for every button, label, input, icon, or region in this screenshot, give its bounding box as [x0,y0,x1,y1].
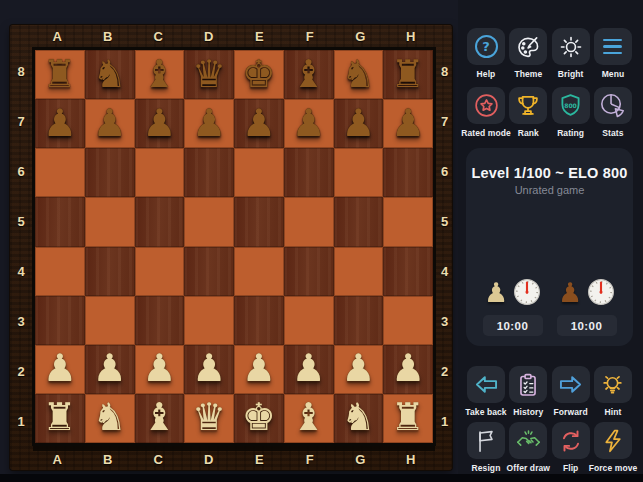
coordinate-label: 7 [10,97,32,147]
rating-label: Rating [557,128,584,138]
lightning-icon [600,428,626,454]
clocks-row: ♟ 10:00 ♟ [483,278,617,336]
square-e5[interactable] [234,197,284,246]
menu-button[interactable] [594,28,632,65]
file-labels-bottom: ABCDEFGH [32,448,436,470]
coordinate-label: H [386,25,437,47]
rating-button[interactable]: 800 [552,87,590,124]
square-f8[interactable]: ♝ [284,50,334,99]
square-g7[interactable]: ♟ [334,99,384,148]
square-a7[interactable]: ♟ [35,99,85,148]
coordinate-label: C [133,448,184,470]
history-label: History [513,407,543,417]
rating-badge: 800 [564,102,577,109]
black-knight: ♞ [341,55,375,93]
coordinate-label: B [83,25,134,47]
square-e3[interactable] [234,296,284,345]
game-info-card: Level 1/100 ~ ELO 800 Unrated game ♟ 10:… [466,148,633,346]
black-timer: 10:00 [557,315,617,336]
hint-label: Hint [605,407,622,417]
coordinate-label: F [285,448,336,470]
square-a2[interactable]: ♟ [35,345,85,394]
square-c7[interactable]: ♟ [135,99,185,148]
square-d6[interactable] [184,148,234,197]
file-labels-top: ABCDEFGH [32,25,436,47]
square-c6[interactable] [135,148,185,197]
sun-icon [558,34,584,60]
rank-labels-left: 87654321 [10,47,32,446]
square-a3[interactable] [35,296,85,345]
square-h6[interactable] [383,148,433,197]
square-a6[interactable] [35,148,85,197]
offer-draw-label: Offer draw [507,463,551,473]
forward-button[interactable] [552,366,590,403]
top-toolbar: ? Help Theme B [466,28,633,79]
side-panel: ? Help Theme B [458,0,643,482]
coordinate-label: 6 [437,147,452,197]
force-move-label: Force move [589,463,638,473]
white-pawn: ♟ [93,349,127,387]
square-f2[interactable]: ♟ [284,345,334,394]
square-a5[interactable] [35,197,85,246]
black-pawn: ♟ [292,104,326,142]
flip-button[interactable] [552,422,590,459]
white-king: ♚ [242,398,276,436]
square-b4[interactable] [85,247,135,296]
game-type-subtitle: Unrated game [515,184,585,196]
palette-icon [515,34,541,60]
rated-mode-label: Rated mode [461,128,511,138]
black-queen: ♛ [192,55,226,93]
white-bishop: ♝ [142,398,176,436]
coordinate-label: E [234,448,285,470]
white-analog-clock-icon [513,278,541,306]
coordinate-label: 5 [10,197,32,247]
chess-board: ABCDEFGH ABCDEFGH 87654321 87654321 ♜♞♝♛… [10,25,452,470]
white-bishop: ♝ [292,398,326,436]
white-pawn: ♟ [292,349,326,387]
square-f1[interactable]: ♝ [284,394,334,443]
square-c4[interactable] [135,247,185,296]
coordinate-label: D [184,25,235,47]
square-c5[interactable] [135,197,185,246]
resign-label: Resign [472,463,501,473]
white-pawn: ♟ [192,349,226,387]
square-b2[interactable]: ♟ [85,345,135,394]
black-clock-group: ♟ 10:00 [557,278,617,336]
hint-button[interactable] [594,366,632,403]
square-a8[interactable]: ♜ [35,50,85,99]
square-c2[interactable]: ♟ [135,345,185,394]
white-pawn: ♟ [391,349,425,387]
coordinate-label: 4 [10,247,32,297]
theme-button[interactable] [509,28,547,65]
white-pawn: ♟ [142,349,176,387]
flip-arrows-icon [558,428,584,454]
square-g4[interactable] [334,247,384,296]
history-button[interactable] [509,366,547,403]
bright-label: Bright [558,69,584,79]
white-timer: 10:00 [483,315,543,336]
square-e4[interactable] [234,247,284,296]
white-pawn: ♟ [242,349,276,387]
secondary-toolbar: Rated mode Rank 800 Rating [466,87,633,138]
pie-chart-icon [599,92,626,119]
coordinate-label: F [285,25,336,47]
coordinate-label: A [32,448,83,470]
square-h3[interactable] [383,296,433,345]
black-pawn: ♟ [142,104,176,142]
black-bishop: ♝ [142,55,176,93]
square-e7[interactable]: ♟ [234,99,284,148]
theme-label: Theme [514,69,542,79]
shield-icon: 800 [557,92,584,119]
square-g1[interactable]: ♞ [334,394,384,443]
square-b5[interactable] [85,197,135,246]
black-pawn-icon: ♟ [558,279,582,306]
coordinate-label: G [335,448,386,470]
stats-label: Stats [602,128,623,138]
black-pawn: ♟ [43,104,77,142]
square-b8[interactable]: ♞ [85,50,135,99]
square-f3[interactable] [284,296,334,345]
help-icon: ? [475,35,498,58]
square-c1[interactable]: ♝ [135,394,185,443]
level-title: Level 1/100 ~ ELO 800 [471,165,627,181]
menu-icon [603,39,622,55]
white-pawn: ♟ [43,349,77,387]
help-label: Help [477,69,496,79]
white-knight: ♞ [341,398,375,436]
coordinate-label: 2 [10,346,32,396]
black-knight: ♞ [93,55,127,93]
coordinate-label: 1 [437,396,452,446]
square-h4[interactable] [383,247,433,296]
black-pawn: ♟ [341,104,375,142]
rank-button[interactable] [509,87,547,124]
black-bishop: ♝ [292,55,326,93]
square-c3[interactable] [135,296,185,345]
black-pawn: ♟ [242,104,276,142]
arrow-right-icon [557,371,584,398]
square-f6[interactable] [284,148,334,197]
square-a4[interactable] [35,247,85,296]
rank-label: Rank [518,128,539,138]
lightbulb-icon [599,371,626,398]
coordinate-label: B [83,448,134,470]
square-g5[interactable] [334,197,384,246]
square-h7[interactable]: ♟ [383,99,433,148]
white-pawn-icon: ♟ [484,279,508,306]
coordinate-label: 8 [437,47,452,97]
black-pawn: ♟ [391,104,425,142]
help-button[interactable]: ? [467,28,505,65]
playback-toolbar: Take back History Forward [466,366,633,417]
board-squares: ♜♞♝♛♚♝♞♜♟♟♟♟♟♟♟♟♟♟♟♟♟♟♟♟♜♞♝♛♚♝♞♜ [32,47,436,446]
arrow-left-icon [473,371,500,398]
coordinate-label: H [386,448,437,470]
coordinate-label: C [133,25,184,47]
white-rook: ♜ [391,398,425,436]
square-b1[interactable]: ♞ [85,394,135,443]
square-b3[interactable] [85,296,135,345]
stats-button[interactable] [594,87,632,124]
black-rook: ♜ [43,55,77,93]
black-analog-clock-icon [587,278,615,306]
force-move-button[interactable] [594,422,632,459]
square-g3[interactable] [334,296,384,345]
resign-button[interactable] [467,422,505,459]
flip-label: Flip [563,463,579,473]
square-h5[interactable] [383,197,433,246]
square-g8[interactable]: ♞ [334,50,384,99]
square-f5[interactable] [284,197,334,246]
square-d2[interactable]: ♟ [184,345,234,394]
square-h2[interactable]: ♟ [383,345,433,394]
square-d5[interactable] [184,197,234,246]
square-a1[interactable]: ♜ [35,394,85,443]
square-d4[interactable] [184,247,234,296]
rated-mode-button[interactable] [467,87,505,124]
square-b6[interactable] [85,148,135,197]
coordinate-label: 7 [437,97,452,147]
square-c8[interactable]: ♝ [135,50,185,99]
take-back-button[interactable] [467,366,505,403]
coordinate-label: 5 [437,197,452,247]
actions-toolbar: Resign Offer draw [466,422,633,473]
take-back-label: Take back [465,407,506,417]
square-d3[interactable] [184,296,234,345]
white-queen: ♛ [192,398,226,436]
square-e1[interactable]: ♚ [234,394,284,443]
menu-label: Menu [602,69,625,79]
handshake-icon [515,427,542,454]
coordinate-label: 3 [10,296,32,346]
black-pawn: ♟ [93,104,127,142]
square-e6[interactable] [234,148,284,197]
square-d1[interactable]: ♛ [184,394,234,443]
square-e8[interactable]: ♚ [234,50,284,99]
white-rook: ♜ [43,398,77,436]
offer-draw-button[interactable] [509,422,547,459]
coordinate-label: 4 [437,247,452,297]
square-g6[interactable] [334,148,384,197]
coordinate-label: A [32,25,83,47]
coordinate-label: D [184,448,235,470]
black-rook: ♜ [391,55,425,93]
square-e2[interactable]: ♟ [234,345,284,394]
square-g2[interactable]: ♟ [334,345,384,394]
home-indicator-bar [0,474,643,482]
square-d7[interactable]: ♟ [184,99,234,148]
square-h1[interactable]: ♜ [383,394,433,443]
white-pawn: ♟ [341,349,375,387]
square-f7[interactable]: ♟ [284,99,334,148]
white-knight: ♞ [93,398,127,436]
black-pawn: ♟ [192,104,226,142]
clipboard-icon [515,372,541,398]
coordinate-label: 3 [437,296,452,346]
forward-label: Forward [554,407,588,417]
coordinate-label: E [234,25,285,47]
square-f4[interactable] [284,247,334,296]
square-b7[interactable]: ♟ [85,99,135,148]
bright-button[interactable] [552,28,590,65]
coordinate-label: 1 [10,396,32,446]
square-d8[interactable]: ♛ [184,50,234,99]
black-king: ♚ [242,55,276,93]
coordinate-label: G [335,25,386,47]
flag-icon [473,428,499,454]
coordinate-label: 8 [10,47,32,97]
white-clock-group: ♟ 10:00 [483,278,543,336]
star-circle-icon [473,92,500,119]
square-h8[interactable]: ♜ [383,50,433,99]
coordinate-label: 2 [437,346,452,396]
trophy-icon [515,93,541,119]
coordinate-label: 6 [10,147,32,197]
rank-labels-right: 87654321 [437,47,452,446]
